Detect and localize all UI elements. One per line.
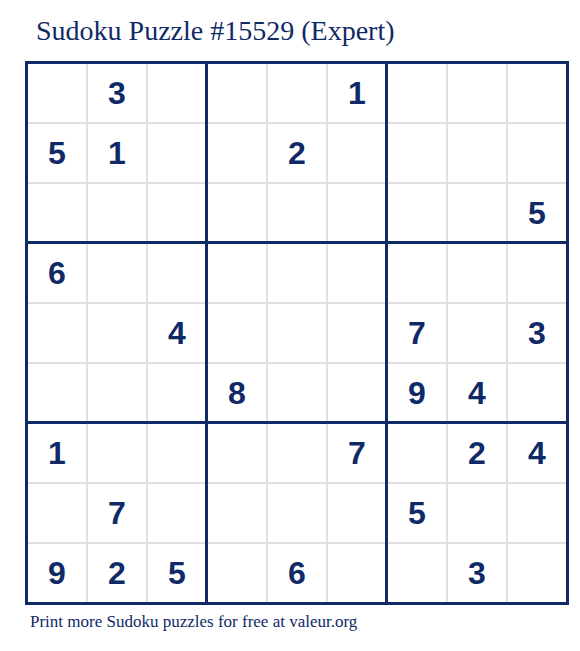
page-title: Sudoku Puzzle #15529 (Expert) bbox=[36, 15, 395, 47]
cell-r1c8 bbox=[448, 64, 506, 122]
cell-r9c5: 6 bbox=[268, 544, 326, 602]
cell-r3c5 bbox=[268, 184, 326, 242]
cell-r7c8: 2 bbox=[448, 424, 506, 482]
cell-r8c3 bbox=[148, 484, 206, 542]
cell-r2c7 bbox=[388, 124, 446, 182]
cell-r3c1 bbox=[28, 184, 86, 242]
cell-r3c8 bbox=[448, 184, 506, 242]
cell-r8c5 bbox=[268, 484, 326, 542]
cell-r7c6: 7 bbox=[328, 424, 386, 482]
cell-r3c9: 5 bbox=[508, 184, 566, 242]
cell-r9c6 bbox=[328, 544, 386, 602]
cell-r2c2: 1 bbox=[88, 124, 146, 182]
cell-r5c5 bbox=[268, 304, 326, 362]
cell-r6c5 bbox=[268, 364, 326, 422]
cell-r9c2: 2 bbox=[88, 544, 146, 602]
cell-r9c7 bbox=[388, 544, 446, 602]
cell-r9c8: 3 bbox=[448, 544, 506, 602]
cell-r1c3 bbox=[148, 64, 206, 122]
cell-r1c9 bbox=[508, 64, 566, 122]
cell-r8c1 bbox=[28, 484, 86, 542]
cell-r3c7 bbox=[388, 184, 446, 242]
cell-r5c8 bbox=[448, 304, 506, 362]
cell-r5c6 bbox=[328, 304, 386, 362]
cell-r5c2 bbox=[88, 304, 146, 362]
cell-r7c5 bbox=[268, 424, 326, 482]
cell-r2c4 bbox=[208, 124, 266, 182]
cell-r9c4 bbox=[208, 544, 266, 602]
cell-r5c4 bbox=[208, 304, 266, 362]
cell-r8c9 bbox=[508, 484, 566, 542]
cell-r8c6 bbox=[328, 484, 386, 542]
cell-r4c3 bbox=[148, 244, 206, 302]
cell-r5c1 bbox=[28, 304, 86, 362]
cell-r8c8 bbox=[448, 484, 506, 542]
cell-r2c6 bbox=[328, 124, 386, 182]
box-divider-horizontal-1 bbox=[28, 241, 566, 244]
cell-r7c2 bbox=[88, 424, 146, 482]
cell-r8c7: 5 bbox=[388, 484, 446, 542]
cell-r7c1: 1 bbox=[28, 424, 86, 482]
cell-r4c1: 6 bbox=[28, 244, 86, 302]
cell-r9c3: 5 bbox=[148, 544, 206, 602]
box-divider-vertical-1 bbox=[205, 64, 208, 602]
cell-r4c4 bbox=[208, 244, 266, 302]
footer-text: Print more Sudoku puzzles for free at va… bbox=[30, 612, 357, 632]
cell-r6c3 bbox=[148, 364, 206, 422]
cell-r6c8: 4 bbox=[448, 364, 506, 422]
cell-r7c4 bbox=[208, 424, 266, 482]
cell-r4c2 bbox=[88, 244, 146, 302]
cell-r3c2 bbox=[88, 184, 146, 242]
cell-r7c3 bbox=[148, 424, 206, 482]
cell-r6c7: 9 bbox=[388, 364, 446, 422]
sudoku-grid: 315125647389417247592563 bbox=[25, 61, 569, 605]
cell-r2c3 bbox=[148, 124, 206, 182]
cell-r4c8 bbox=[448, 244, 506, 302]
cell-r1c2: 3 bbox=[88, 64, 146, 122]
cell-r9c1: 9 bbox=[28, 544, 86, 602]
cell-r5c7: 7 bbox=[388, 304, 446, 362]
cell-r6c9 bbox=[508, 364, 566, 422]
cell-r6c4: 8 bbox=[208, 364, 266, 422]
cell-r8c4 bbox=[208, 484, 266, 542]
cell-r2c5: 2 bbox=[268, 124, 326, 182]
cell-r2c8 bbox=[448, 124, 506, 182]
cell-r3c6 bbox=[328, 184, 386, 242]
cell-r1c6: 1 bbox=[328, 64, 386, 122]
cell-r6c6 bbox=[328, 364, 386, 422]
cell-r4c5 bbox=[268, 244, 326, 302]
box-divider-horizontal-2 bbox=[28, 421, 566, 424]
cell-r1c5 bbox=[268, 64, 326, 122]
cell-r8c2: 7 bbox=[88, 484, 146, 542]
cell-r7c9: 4 bbox=[508, 424, 566, 482]
cell-r6c1 bbox=[28, 364, 86, 422]
cell-r4c6 bbox=[328, 244, 386, 302]
cell-r4c7 bbox=[388, 244, 446, 302]
cell-r9c9 bbox=[508, 544, 566, 602]
cell-r3c4 bbox=[208, 184, 266, 242]
cell-r2c1: 5 bbox=[28, 124, 86, 182]
cell-r3c3 bbox=[148, 184, 206, 242]
cell-r1c7 bbox=[388, 64, 446, 122]
cell-r6c2 bbox=[88, 364, 146, 422]
cell-r1c1 bbox=[28, 64, 86, 122]
cell-r2c9 bbox=[508, 124, 566, 182]
box-divider-vertical-2 bbox=[385, 64, 388, 602]
cell-r1c4 bbox=[208, 64, 266, 122]
cell-r5c3: 4 bbox=[148, 304, 206, 362]
cell-r5c9: 3 bbox=[508, 304, 566, 362]
cell-r7c7 bbox=[388, 424, 446, 482]
cell-r4c9 bbox=[508, 244, 566, 302]
